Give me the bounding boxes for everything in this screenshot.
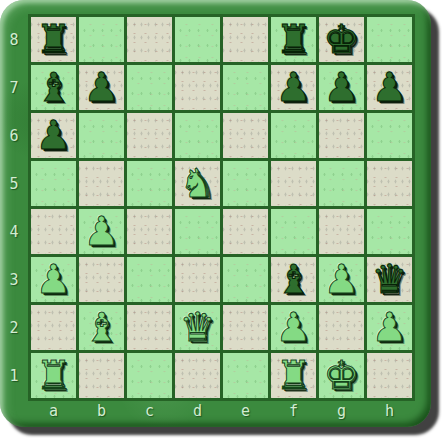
square-b3[interactable]: [79, 257, 124, 302]
file-label-g: g: [319, 402, 364, 420]
square-a1[interactable]: ♜: [31, 353, 76, 398]
piece-black-bishop: ♝: [276, 259, 312, 299]
rank-label-7: 7: [0, 65, 28, 110]
square-g2[interactable]: [319, 305, 364, 350]
piece-black-rook: ♜: [276, 19, 312, 59]
square-a2[interactable]: [31, 305, 76, 350]
square-f6[interactable]: [271, 113, 316, 158]
square-a5[interactable]: [31, 161, 76, 206]
square-d7[interactable]: [175, 65, 220, 110]
square-h5[interactable]: [367, 161, 412, 206]
square-b2[interactable]: ♝: [79, 305, 124, 350]
file-label-h: h: [367, 402, 412, 420]
piece-white-pawn: ♟: [324, 259, 360, 299]
square-c8[interactable]: [127, 17, 172, 62]
square-f5[interactable]: [271, 161, 316, 206]
square-e6[interactable]: [223, 113, 268, 158]
square-e1[interactable]: [223, 353, 268, 398]
square-g1[interactable]: ♚: [319, 353, 364, 398]
square-a7[interactable]: ♝: [31, 65, 76, 110]
square-b4[interactable]: ♟: [79, 209, 124, 254]
square-d8[interactable]: [175, 17, 220, 62]
piece-black-king: ♚: [324, 19, 360, 59]
rank-label-4: 4: [0, 209, 28, 254]
square-a4[interactable]: [31, 209, 76, 254]
square-c4[interactable]: [127, 209, 172, 254]
rank-label-8: 8: [0, 17, 28, 62]
piece-white-pawn: ♟: [372, 307, 408, 347]
piece-black-pawn: ♟: [324, 67, 360, 107]
square-b8[interactable]: [79, 17, 124, 62]
piece-white-pawn: ♟: [84, 211, 120, 251]
square-d3[interactable]: [175, 257, 220, 302]
square-e3[interactable]: [223, 257, 268, 302]
square-h7[interactable]: ♟: [367, 65, 412, 110]
rank-labels: 87654321: [0, 17, 28, 398]
square-a3[interactable]: ♟: [31, 257, 76, 302]
square-g5[interactable]: [319, 161, 364, 206]
square-g8[interactable]: ♚: [319, 17, 364, 62]
square-h1[interactable]: [367, 353, 412, 398]
square-h6[interactable]: [367, 113, 412, 158]
chess-app-window: 87654321 ♜♜♚♝♟♟♟♟♟♞♟♟♝♟♛♝♛♟♟♜♜♚ abcdefgh: [0, 0, 444, 442]
square-g3[interactable]: ♟: [319, 257, 364, 302]
square-b1[interactable]: [79, 353, 124, 398]
square-e4[interactable]: [223, 209, 268, 254]
square-f7[interactable]: ♟: [271, 65, 316, 110]
square-d6[interactable]: [175, 113, 220, 158]
square-c1[interactable]: [127, 353, 172, 398]
rank-label-6: 6: [0, 113, 28, 158]
square-f2[interactable]: ♟: [271, 305, 316, 350]
square-h2[interactable]: ♟: [367, 305, 412, 350]
piece-black-pawn: ♟: [84, 67, 120, 107]
square-c7[interactable]: [127, 65, 172, 110]
square-a8[interactable]: ♜: [31, 17, 76, 62]
piece-black-rook: ♜: [36, 19, 72, 59]
rank-label-5: 5: [0, 161, 28, 206]
file-label-e: e: [223, 402, 268, 420]
square-e8[interactable]: [223, 17, 268, 62]
piece-black-bishop: ♝: [36, 67, 72, 107]
file-label-f: f: [271, 402, 316, 420]
rank-label-1: 1: [0, 353, 28, 398]
square-g6[interactable]: [319, 113, 364, 158]
file-label-c: c: [127, 402, 172, 420]
square-f8[interactable]: ♜: [271, 17, 316, 62]
square-d2[interactable]: ♛: [175, 305, 220, 350]
piece-white-rook: ♜: [276, 355, 312, 395]
piece-white-king: ♚: [324, 355, 360, 395]
square-h3[interactable]: ♛: [367, 257, 412, 302]
file-label-b: b: [79, 402, 124, 420]
rank-label-2: 2: [0, 305, 28, 350]
piece-black-pawn: ♟: [36, 115, 72, 155]
piece-white-queen: ♛: [180, 307, 216, 347]
square-e5[interactable]: [223, 161, 268, 206]
file-label-a: a: [31, 402, 76, 420]
square-g4[interactable]: [319, 209, 364, 254]
square-c5[interactable]: [127, 161, 172, 206]
rank-label-3: 3: [0, 257, 28, 302]
piece-white-bishop: ♝: [84, 307, 120, 347]
file-labels: abcdefgh: [31, 402, 412, 420]
square-g7[interactable]: ♟: [319, 65, 364, 110]
square-e2[interactable]: [223, 305, 268, 350]
square-f3[interactable]: ♝: [271, 257, 316, 302]
square-b7[interactable]: ♟: [79, 65, 124, 110]
chess-board: ♜♜♚♝♟♟♟♟♟♞♟♟♝♟♛♝♛♟♟♜♜♚: [28, 14, 415, 401]
piece-black-pawn: ♟: [276, 67, 312, 107]
piece-white-knight: ♞: [180, 163, 216, 203]
piece-white-rook: ♜: [36, 355, 72, 395]
square-b6[interactable]: [79, 113, 124, 158]
square-h4[interactable]: [367, 209, 412, 254]
square-a6[interactable]: ♟: [31, 113, 76, 158]
square-h8[interactable]: [367, 17, 412, 62]
square-d1[interactable]: [175, 353, 220, 398]
square-f4[interactable]: [271, 209, 316, 254]
square-c6[interactable]: [127, 113, 172, 158]
file-label-d: d: [175, 402, 220, 420]
piece-black-pawn: ♟: [372, 67, 408, 107]
piece-white-pawn: ♟: [276, 307, 312, 347]
square-f1[interactable]: ♜: [271, 353, 316, 398]
square-e7[interactable]: [223, 65, 268, 110]
square-d4[interactable]: [175, 209, 220, 254]
square-c2[interactable]: [127, 305, 172, 350]
square-d5[interactable]: ♞: [175, 161, 220, 206]
square-c3[interactable]: [127, 257, 172, 302]
piece-black-queen: ♛: [372, 259, 408, 299]
piece-white-pawn: ♟: [36, 259, 72, 299]
square-b5[interactable]: [79, 161, 124, 206]
